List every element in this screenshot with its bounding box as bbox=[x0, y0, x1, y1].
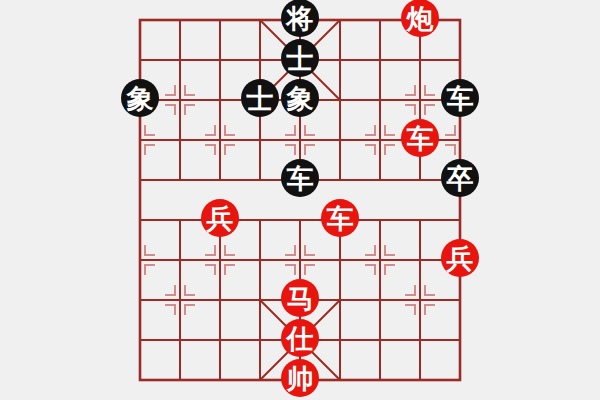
piece-red-soldier[interactable]: 兵 bbox=[441, 239, 479, 277]
piece-black-soldier[interactable]: 卒 bbox=[441, 159, 479, 197]
piece-red-chariot[interactable]: 车 bbox=[401, 119, 439, 157]
piece-red-chariot[interactable]: 车 bbox=[321, 199, 359, 237]
piece-black-chariot[interactable]: 车 bbox=[281, 159, 319, 197]
xiangqi-board[interactable]: 将士士象象车车卒炮车兵车兵马仕帅 bbox=[0, 0, 600, 400]
piece-black-advisor[interactable]: 士 bbox=[281, 39, 319, 77]
piece-red-horse[interactable]: 马 bbox=[281, 279, 319, 317]
piece-black-advisor[interactable]: 士 bbox=[241, 79, 279, 117]
piece-black-chariot[interactable]: 车 bbox=[441, 79, 479, 117]
piece-black-elephant[interactable]: 象 bbox=[281, 79, 319, 117]
piece-black-general[interactable]: 将 bbox=[281, 0, 319, 37]
piece-red-cannon[interactable]: 炮 bbox=[401, 0, 439, 37]
piece-black-elephant[interactable]: 象 bbox=[121, 79, 159, 117]
piece-red-general[interactable]: 帅 bbox=[281, 359, 319, 397]
piece-red-advisor[interactable]: 仕 bbox=[281, 319, 319, 357]
piece-red-soldier[interactable]: 兵 bbox=[201, 199, 239, 237]
